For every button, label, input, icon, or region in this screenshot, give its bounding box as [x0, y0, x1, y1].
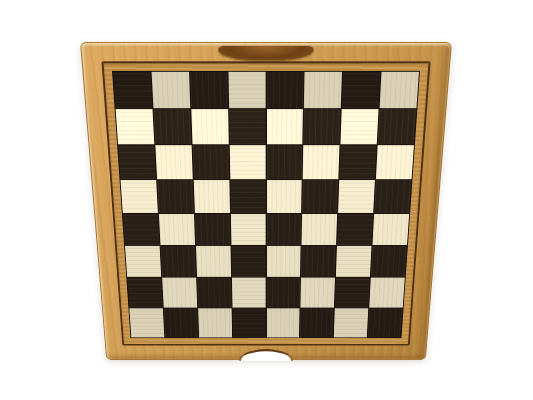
- square-g4: [337, 213, 373, 245]
- square-b4: [159, 213, 195, 245]
- square-d8: [228, 72, 265, 108]
- square-d2: [232, 278, 266, 308]
- square-f4: [302, 213, 338, 245]
- square-g7: [341, 109, 379, 144]
- square-f8: [304, 72, 342, 108]
- lid-seam: [101, 61, 430, 345]
- square-e5: [266, 180, 302, 213]
- square-f7: [304, 109, 341, 144]
- square-e4: [266, 213, 301, 245]
- square-f1: [300, 308, 334, 337]
- square-b1: [164, 308, 198, 337]
- square-e6: [266, 145, 302, 179]
- square-c2: [197, 278, 231, 308]
- square-c5: [193, 180, 229, 213]
- square-a3: [125, 246, 161, 277]
- square-e2: [266, 278, 300, 308]
- square-h6: [376, 145, 414, 179]
- square-g6: [339, 145, 376, 179]
- square-b3: [160, 246, 196, 277]
- square-h7: [378, 109, 417, 144]
- square-d7: [229, 109, 266, 144]
- square-h3: [371, 246, 407, 277]
- square-g5: [338, 180, 375, 213]
- square-a8: [113, 72, 152, 108]
- square-b7: [153, 109, 191, 144]
- square-h4: [373, 213, 410, 245]
- wooden-box: [80, 42, 452, 360]
- square-a1: [129, 308, 164, 337]
- square-c1: [198, 308, 232, 337]
- square-c4: [195, 213, 231, 245]
- square-h5: [374, 180, 411, 213]
- square-g3: [336, 246, 372, 277]
- photo-background: [0, 0, 533, 400]
- square-e8: [266, 72, 303, 108]
- square-a7: [116, 109, 155, 144]
- square-f6: [303, 145, 340, 179]
- square-h1: [368, 308, 403, 337]
- finger-notch-top: [218, 46, 314, 60]
- square-g8: [342, 72, 381, 108]
- square-b5: [157, 180, 194, 213]
- square-b6: [155, 145, 192, 179]
- square-d3: [231, 246, 265, 277]
- square-d6: [229, 145, 265, 179]
- square-f2: [301, 278, 335, 308]
- square-a4: [123, 213, 160, 245]
- square-b2: [162, 278, 197, 308]
- square-g2: [335, 278, 370, 308]
- square-d5: [230, 180, 266, 213]
- square-e3: [266, 246, 300, 277]
- finger-notch-bottom: [239, 349, 293, 361]
- square-f3: [301, 246, 336, 277]
- square-h8: [380, 72, 419, 108]
- square-g1: [334, 308, 368, 337]
- square-a2: [127, 278, 162, 308]
- square-d1: [232, 308, 265, 337]
- square-c6: [192, 145, 229, 179]
- chessboard: [112, 71, 420, 338]
- square-e7: [266, 109, 303, 144]
- square-h2: [369, 278, 404, 308]
- square-d4: [231, 213, 266, 245]
- square-c7: [191, 109, 228, 144]
- square-a6: [118, 145, 156, 179]
- square-e1: [266, 308, 299, 337]
- square-a5: [120, 180, 157, 213]
- square-f5: [302, 180, 338, 213]
- square-b8: [151, 72, 190, 108]
- square-c3: [196, 246, 231, 277]
- square-c8: [190, 72, 228, 108]
